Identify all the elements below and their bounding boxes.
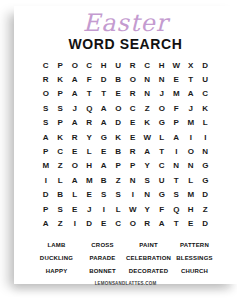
grid-cell-r6c6: K bbox=[111, 130, 126, 144]
grid-cell-r3c8: N bbox=[140, 87, 155, 101]
grid-cell-r2c12: U bbox=[198, 72, 213, 86]
grid-cell-r8c4: H bbox=[82, 159, 97, 173]
grid-cell-r5c3: A bbox=[68, 116, 83, 130]
grid-cell-r1c12: D bbox=[198, 58, 213, 72]
grid-cell-r9c3: A bbox=[68, 173, 83, 187]
grid-cell-r8c6: P bbox=[111, 159, 126, 173]
grid-cell-r3c3: A bbox=[68, 87, 83, 101]
grid-cell-r3c9: J bbox=[155, 87, 170, 101]
script-title: Easter bbox=[14, 9, 237, 37]
page-title: WORD SEARCH bbox=[14, 37, 237, 52]
grid-cell-r10c8: N bbox=[140, 188, 155, 202]
word-item-parade: PARADE bbox=[80, 252, 126, 265]
grid-cell-r9c11: L bbox=[184, 173, 199, 187]
grid-cell-r12c2: Z bbox=[53, 216, 68, 230]
grid-cell-r6c4: Y bbox=[82, 130, 97, 144]
grid-cell-r6c7: E bbox=[126, 130, 141, 144]
grid-cell-r4c3: J bbox=[68, 101, 83, 115]
word-item-pattern: PATTERN bbox=[172, 239, 218, 252]
grid-cell-r6c11: I bbox=[184, 130, 199, 144]
grid-cell-r11c5: I bbox=[97, 202, 112, 216]
grid-cell-r4c8: Z bbox=[140, 101, 155, 115]
grid-cell-r5c5: A bbox=[97, 116, 112, 130]
grid-cell-r11c3: E bbox=[68, 202, 83, 216]
word-item-paint: PAINT bbox=[126, 239, 172, 252]
grid-cell-r7c6: B bbox=[111, 144, 126, 158]
grid-cell-r7c8: A bbox=[140, 144, 155, 158]
grid-cell-r10c9: G bbox=[155, 188, 170, 202]
grid-cell-r8c7: P bbox=[126, 159, 141, 173]
grid-cell-r4c6: O bbox=[111, 101, 126, 115]
grid-cell-r10c7: I bbox=[126, 188, 141, 202]
grid-cell-r7c12: N bbox=[198, 144, 213, 158]
grid-cell-r7c5: E bbox=[97, 144, 112, 158]
grid-cell-r1c11: X bbox=[184, 58, 199, 72]
grid-cell-r9c12: G bbox=[198, 173, 213, 187]
grid-cell-r8c11: N bbox=[184, 159, 199, 173]
grid-cell-r8c5: A bbox=[97, 159, 112, 173]
grid-cell-r7c9: T bbox=[155, 144, 170, 158]
grid-cell-r12c7: O bbox=[126, 216, 141, 230]
grid-cell-r6c2: K bbox=[53, 130, 68, 144]
grid-cell-r12c5: E bbox=[97, 216, 112, 230]
grid-cell-r5c2: P bbox=[53, 116, 68, 130]
grid-cell-r4c12: K bbox=[198, 101, 213, 115]
footer-url: LEMONSANDLATTES.COM bbox=[14, 281, 237, 286]
grid-cell-r1c4: C bbox=[82, 58, 97, 72]
grid-cell-r5c9: G bbox=[155, 116, 170, 130]
word-item-bonnet: BONNET bbox=[80, 265, 126, 278]
grid-cell-r8c9: C bbox=[155, 159, 170, 173]
grid-cell-r3c10: M bbox=[169, 87, 184, 101]
grid-cell-r2c3: A bbox=[68, 72, 83, 86]
grid-cell-r3c11: A bbox=[184, 87, 199, 101]
grid-cell-r11c2: S bbox=[53, 202, 68, 216]
grid-cell-r1c8: C bbox=[140, 58, 155, 72]
grid-cell-r7c11: O bbox=[184, 144, 199, 158]
grid-cell-r5c7: E bbox=[126, 116, 141, 130]
grid-cell-r11c9: F bbox=[155, 202, 170, 216]
grid-cell-r6c3: R bbox=[68, 130, 83, 144]
grid-cell-r11c1: P bbox=[39, 202, 54, 216]
grid-cell-r9c10: T bbox=[169, 173, 184, 187]
grid-cell-r10c10: S bbox=[169, 188, 184, 202]
page: Easter WORD SEARCH CPOCHURCHWXDRKAFDBONN… bbox=[0, 0, 237, 300]
grid-cell-r11c12: Z bbox=[198, 202, 213, 216]
grid-cell-r4c10: F bbox=[169, 101, 184, 115]
grid-cell-r2c7: O bbox=[126, 72, 141, 86]
word-list: LAMBCROSSPAINTPATTERNDUCKLINGPARADECELEB… bbox=[34, 239, 218, 278]
grid-cell-r7c10: I bbox=[169, 144, 184, 158]
grid-cell-r5c4: R bbox=[82, 116, 97, 130]
grid-cell-r5c10: P bbox=[169, 116, 184, 130]
grid-cell-r6c12: I bbox=[198, 130, 213, 144]
grid-cell-r10c3: L bbox=[68, 188, 83, 202]
word-item-lamb: LAMB bbox=[34, 239, 80, 252]
grid-cell-r10c11: M bbox=[184, 188, 199, 202]
grid-cell-r12c4: D bbox=[82, 216, 97, 230]
grid-cell-r2c5: D bbox=[97, 72, 112, 86]
grid-cell-r2c2: K bbox=[53, 72, 68, 86]
grid-cell-r2c11: T bbox=[184, 72, 199, 86]
grid-cell-r2c10: E bbox=[169, 72, 184, 86]
grid-cell-r8c2: Z bbox=[53, 159, 68, 173]
grid-cell-r4c5: A bbox=[97, 101, 112, 115]
grid-cell-r11c11: H bbox=[184, 202, 199, 216]
grid-cell-r8c1: M bbox=[39, 159, 54, 173]
grid-cell-r7c4: L bbox=[82, 144, 97, 158]
grid-cell-r3c6: E bbox=[111, 87, 126, 101]
grid-cell-r3c1: O bbox=[39, 87, 54, 101]
grid-cell-r1c6: U bbox=[111, 58, 126, 72]
grid-cell-r4c11: J bbox=[184, 101, 199, 115]
grid-cell-r10c6: S bbox=[111, 188, 126, 202]
grid-cell-r7c3: E bbox=[68, 144, 83, 158]
grid-cell-r9c4: M bbox=[82, 173, 97, 187]
grid-cell-r4c7: C bbox=[126, 101, 141, 115]
grid-cell-r9c9: U bbox=[155, 173, 170, 187]
grid-cell-r2c4: F bbox=[82, 72, 97, 86]
grid-cell-r9c5: B bbox=[97, 173, 112, 187]
grid-cell-r5c1: S bbox=[39, 116, 54, 130]
grid-cell-r12c11: E bbox=[184, 216, 199, 230]
word-item-decorated: DECORATED bbox=[126, 265, 172, 278]
grid-cell-r12c6: C bbox=[111, 216, 126, 230]
grid-cell-r11c4: J bbox=[82, 202, 97, 216]
grid-cell-r4c9: O bbox=[155, 101, 170, 115]
grid-cell-r7c2: C bbox=[53, 144, 68, 158]
word-item-celebration: CELEBRATION bbox=[126, 252, 172, 265]
grid-cell-r12c8: R bbox=[140, 216, 155, 230]
word-item-duckling: DUCKLING bbox=[34, 252, 80, 265]
grid-cell-r12c1: A bbox=[39, 216, 54, 230]
grid-cell-r9c8: S bbox=[140, 173, 155, 187]
grid-cell-r9c6: Z bbox=[111, 173, 126, 187]
grid-cell-r8c3: O bbox=[68, 159, 83, 173]
grid-cell-r8c12: G bbox=[198, 159, 213, 173]
grid-cell-r5c8: K bbox=[140, 116, 155, 130]
grid-cell-r12c12: D bbox=[198, 216, 213, 230]
grid-cell-r6c1: A bbox=[39, 130, 54, 144]
grid-cell-r4c1: S bbox=[39, 101, 54, 115]
grid-cell-r11c6: L bbox=[111, 202, 126, 216]
grid-cell-r4c2: S bbox=[53, 101, 68, 115]
grid-cell-r11c10: Q bbox=[169, 202, 184, 216]
grid-cell-r8c8: Y bbox=[140, 159, 155, 173]
grid-cell-r1c3: O bbox=[68, 58, 83, 72]
grid-cell-r6c9: L bbox=[155, 130, 170, 144]
grid-cell-r2c1: R bbox=[39, 72, 54, 86]
grid-cell-r5c6: D bbox=[111, 116, 126, 130]
grid-cell-r4c4: Q bbox=[82, 101, 97, 115]
grid-cell-r3c7: R bbox=[126, 87, 141, 101]
grid-cell-r9c1: I bbox=[39, 173, 54, 187]
grid-cell-r3c4: T bbox=[82, 87, 97, 101]
grid-cell-r3c12: C bbox=[198, 87, 213, 101]
puzzle-sheet: Easter WORD SEARCH CPOCHURCHWXDRKAFDBONN… bbox=[14, 6, 237, 284]
grid-cell-r2c8: N bbox=[140, 72, 155, 86]
grid-cell-r1c7: R bbox=[126, 58, 141, 72]
grid-cell-r7c1: P bbox=[39, 144, 54, 158]
grid-cell-r12c9: A bbox=[155, 216, 170, 230]
grid-cell-r12c3: I bbox=[68, 216, 83, 230]
grid-cell-r6c5: G bbox=[97, 130, 112, 144]
grid-cell-r3c5: T bbox=[97, 87, 112, 101]
grid-cell-r6c8: W bbox=[140, 130, 155, 144]
grid-cell-r9c2: L bbox=[53, 173, 68, 187]
grid-cell-r1c9: H bbox=[155, 58, 170, 72]
grid-cell-r2c6: B bbox=[111, 72, 126, 86]
grid-cell-r10c12: D bbox=[198, 188, 213, 202]
grid-cell-r5c12: L bbox=[198, 116, 213, 130]
grid-cell-r2c9: N bbox=[155, 72, 170, 86]
word-item-blessings: BLESSINGS bbox=[172, 252, 218, 265]
grid-cell-r11c7: W bbox=[126, 202, 141, 216]
word-item-happy: HAPPY bbox=[34, 265, 80, 278]
grid-cell-r10c1: D bbox=[39, 188, 54, 202]
grid-cell-r1c5: H bbox=[97, 58, 112, 72]
word-item-cross: CROSS bbox=[80, 239, 126, 252]
grid-cell-r9c7: N bbox=[126, 173, 141, 187]
grid-cell-r7c7: R bbox=[126, 144, 141, 158]
word-item-church: CHURCH bbox=[172, 265, 218, 278]
grid-cell-r12c10: T bbox=[169, 216, 184, 230]
grid-cell-r10c4: E bbox=[82, 188, 97, 202]
grid-cell-r5c11: M bbox=[184, 116, 199, 130]
grid-cell-r8c10: N bbox=[169, 159, 184, 173]
grid-cell-r1c10: W bbox=[169, 58, 184, 72]
word-search-grid: CPOCHURCHWXDRKAFDBONNETUOPATTERNJMACSSJQ… bbox=[39, 58, 213, 231]
grid-cell-r6c10: A bbox=[169, 130, 184, 144]
grid-cell-r1c1: C bbox=[39, 58, 54, 72]
grid-cell-r3c2: P bbox=[53, 87, 68, 101]
grid-cell-r10c2: B bbox=[53, 188, 68, 202]
grid-cell-r1c2: P bbox=[53, 58, 68, 72]
grid-cell-r10c5: S bbox=[97, 188, 112, 202]
grid-cell-r11c8: Y bbox=[140, 202, 155, 216]
